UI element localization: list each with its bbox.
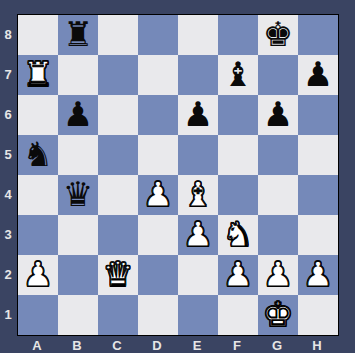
square-b5[interactable] <box>58 135 98 175</box>
square-e7[interactable] <box>178 55 218 95</box>
square-e4[interactable]: ♝ <box>178 175 218 215</box>
file-label-h: H <box>297 337 337 353</box>
square-c8[interactable] <box>98 15 138 55</box>
file-label-f: F <box>217 337 257 353</box>
square-e1[interactable] <box>178 295 218 335</box>
file-label-b: B <box>57 337 97 353</box>
square-b1[interactable] <box>58 295 98 335</box>
square-d1[interactable] <box>138 295 178 335</box>
piece-white-bishop-e4[interactable]: ♝ <box>183 177 213 211</box>
file-label-a: A <box>17 337 57 353</box>
piece-white-pawn-f2[interactable]: ♟ <box>223 257 253 291</box>
square-e5[interactable] <box>178 135 218 175</box>
square-d6[interactable] <box>138 95 178 135</box>
square-a1[interactable] <box>18 295 58 335</box>
chess-board: ♜♚♜♝♟♟♟♟♞♛♟♝♟♞♟♛♟♟♟♚ <box>17 14 339 336</box>
square-b8[interactable]: ♜ <box>58 15 98 55</box>
square-h8[interactable] <box>298 15 338 55</box>
square-h6[interactable] <box>298 95 338 135</box>
square-f5[interactable] <box>218 135 258 175</box>
file-label-e: E <box>177 337 217 353</box>
piece-black-king-g8[interactable]: ♚ <box>263 17 293 51</box>
file-label-g: G <box>257 337 297 353</box>
piece-white-queen-c2[interactable]: ♛ <box>103 257 133 291</box>
square-h1[interactable] <box>298 295 338 335</box>
rank-label-3: 3 <box>0 214 16 254</box>
square-g1[interactable]: ♚ <box>258 295 298 335</box>
piece-black-knight-a5[interactable]: ♞ <box>23 137 53 171</box>
square-a8[interactable] <box>18 15 58 55</box>
piece-white-king-g1[interactable]: ♚ <box>263 297 293 331</box>
square-g8[interactable]: ♚ <box>258 15 298 55</box>
chess-board-frame: ♜♚♜♝♟♟♟♟♞♛♟♝♟♞♟♛♟♟♟♚ 87654321 ABCDEFGH <box>0 0 355 353</box>
square-f1[interactable] <box>218 295 258 335</box>
square-b4[interactable]: ♛ <box>58 175 98 215</box>
square-e3[interactable]: ♟ <box>178 215 218 255</box>
piece-white-pawn-a2[interactable]: ♟ <box>23 257 53 291</box>
piece-black-pawn-g6[interactable]: ♟ <box>263 97 293 131</box>
square-b2[interactable] <box>58 255 98 295</box>
square-f6[interactable] <box>218 95 258 135</box>
square-h4[interactable] <box>298 175 338 215</box>
square-f7[interactable]: ♝ <box>218 55 258 95</box>
square-e6[interactable]: ♟ <box>178 95 218 135</box>
rank-label-6: 6 <box>0 94 16 134</box>
rank-label-1: 1 <box>0 294 16 334</box>
square-d7[interactable] <box>138 55 178 95</box>
square-e8[interactable] <box>178 15 218 55</box>
piece-white-pawn-g2[interactable]: ♟ <box>263 257 293 291</box>
square-a7[interactable]: ♜ <box>18 55 58 95</box>
piece-black-bishop-f7[interactable]: ♝ <box>223 57 253 91</box>
square-g4[interactable] <box>258 175 298 215</box>
square-g5[interactable] <box>258 135 298 175</box>
square-c3[interactable] <box>98 215 138 255</box>
rank-label-2: 2 <box>0 254 16 294</box>
square-a4[interactable] <box>18 175 58 215</box>
square-c4[interactable] <box>98 175 138 215</box>
piece-white-knight-f3[interactable]: ♞ <box>223 217 253 251</box>
square-a3[interactable] <box>18 215 58 255</box>
square-c2[interactable]: ♛ <box>98 255 138 295</box>
square-d3[interactable] <box>138 215 178 255</box>
square-d2[interactable] <box>138 255 178 295</box>
square-c7[interactable] <box>98 55 138 95</box>
square-f3[interactable]: ♞ <box>218 215 258 255</box>
rank-label-4: 4 <box>0 174 16 214</box>
piece-black-pawn-b6[interactable]: ♟ <box>63 97 93 131</box>
square-a5[interactable]: ♞ <box>18 135 58 175</box>
rank-label-8: 8 <box>0 14 16 54</box>
square-f2[interactable]: ♟ <box>218 255 258 295</box>
square-g2[interactable]: ♟ <box>258 255 298 295</box>
piece-black-pawn-h7[interactable]: ♟ <box>303 57 333 91</box>
square-g7[interactable] <box>258 55 298 95</box>
square-b7[interactable] <box>58 55 98 95</box>
square-c1[interactable] <box>98 295 138 335</box>
piece-white-pawn-e3[interactable]: ♟ <box>183 217 213 251</box>
square-d8[interactable] <box>138 15 178 55</box>
square-h7[interactable]: ♟ <box>298 55 338 95</box>
square-d4[interactable]: ♟ <box>138 175 178 215</box>
file-label-c: C <box>97 337 137 353</box>
square-b3[interactable] <box>58 215 98 255</box>
square-c5[interactable] <box>98 135 138 175</box>
piece-black-queen-b4[interactable]: ♛ <box>63 177 93 211</box>
rank-label-7: 7 <box>0 54 16 94</box>
piece-black-rook-b8[interactable]: ♜ <box>63 17 93 51</box>
square-g6[interactable]: ♟ <box>258 95 298 135</box>
piece-white-pawn-d4[interactable]: ♟ <box>143 177 173 211</box>
square-a6[interactable] <box>18 95 58 135</box>
square-b6[interactable]: ♟ <box>58 95 98 135</box>
piece-black-pawn-e6[interactable]: ♟ <box>183 97 213 131</box>
square-d5[interactable] <box>138 135 178 175</box>
square-h2[interactable]: ♟ <box>298 255 338 295</box>
piece-white-rook-a7[interactable]: ♜ <box>23 57 53 91</box>
square-e2[interactable] <box>178 255 218 295</box>
rank-label-5: 5 <box>0 134 16 174</box>
square-f8[interactable] <box>218 15 258 55</box>
file-label-d: D <box>137 337 177 353</box>
square-c6[interactable] <box>98 95 138 135</box>
square-g3[interactable] <box>258 215 298 255</box>
square-h3[interactable] <box>298 215 338 255</box>
piece-white-pawn-h2[interactable]: ♟ <box>303 257 333 291</box>
square-a2[interactable]: ♟ <box>18 255 58 295</box>
square-f4[interactable] <box>218 175 258 215</box>
square-h5[interactable] <box>298 135 338 175</box>
